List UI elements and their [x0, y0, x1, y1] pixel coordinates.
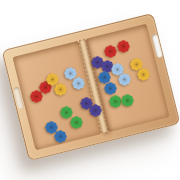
- counter-blue: [104, 82, 117, 95]
- counter-red: [104, 45, 117, 58]
- counter-purple: [89, 104, 102, 117]
- counter-green: [121, 94, 134, 107]
- counter-red: [117, 40, 130, 53]
- photo-scene: [0, 0, 180, 180]
- counter-green: [70, 116, 83, 129]
- counter-light-blue: [72, 77, 85, 90]
- counter-blue: [54, 130, 67, 143]
- counter-yellow: [54, 83, 67, 96]
- counters-layer: [0, 0, 180, 180]
- counter-light-blue: [118, 73, 131, 86]
- counter-yellow: [137, 68, 150, 81]
